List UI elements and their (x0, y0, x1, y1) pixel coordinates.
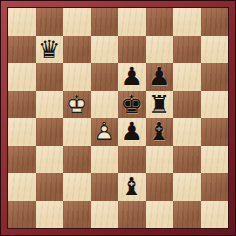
square-f3[interactable] (146, 146, 174, 174)
square-f7[interactable] (146, 36, 174, 64)
square-e4[interactable]: ♟ (118, 118, 146, 146)
square-c7[interactable] (63, 36, 91, 64)
square-c5[interactable]: ♚♔ (63, 91, 91, 119)
piece-black-bishop: ♝ (118, 173, 146, 201)
square-b3[interactable] (36, 146, 64, 174)
piece-outline: ♙ (91, 118, 119, 146)
square-a2[interactable] (8, 173, 36, 201)
piece-black-pawn: ♟ (118, 118, 146, 146)
square-b5[interactable] (36, 91, 64, 119)
piece-black-king: ♚ (118, 91, 146, 119)
square-c8[interactable] (63, 8, 91, 36)
square-g6[interactable] (173, 63, 201, 91)
square-a6[interactable] (8, 63, 36, 91)
square-g7[interactable] (173, 36, 201, 64)
square-d4[interactable]: ♟♙ (91, 118, 119, 146)
square-d1[interactable] (91, 201, 119, 229)
piece-white-pawn: ♟♙ (91, 118, 119, 146)
square-c2[interactable] (63, 173, 91, 201)
square-e5[interactable]: ♚ (118, 91, 146, 119)
square-g8[interactable] (173, 8, 201, 36)
square-h8[interactable] (201, 8, 229, 36)
square-a3[interactable] (8, 146, 36, 174)
square-f1[interactable] (146, 201, 174, 229)
square-b4[interactable] (36, 118, 64, 146)
chess-board: ♛♟♟♚♔♚♜♟♙♟♝♝ (7, 7, 229, 229)
square-b2[interactable] (36, 173, 64, 201)
square-h3[interactable] (201, 146, 229, 174)
square-h7[interactable] (201, 36, 229, 64)
square-b6[interactable] (36, 63, 64, 91)
square-a4[interactable] (8, 118, 36, 146)
square-g2[interactable] (173, 173, 201, 201)
square-d3[interactable] (91, 146, 119, 174)
square-h1[interactable] (201, 201, 229, 229)
square-e6[interactable]: ♟ (118, 63, 146, 91)
square-d8[interactable] (91, 8, 119, 36)
square-d7[interactable] (91, 36, 119, 64)
square-g1[interactable] (173, 201, 201, 229)
square-d2[interactable] (91, 173, 119, 201)
square-f2[interactable] (146, 173, 174, 201)
board-frame: ♛♟♟♚♔♚♜♟♙♟♝♝ (0, 0, 236, 236)
square-f5[interactable]: ♜ (146, 91, 174, 119)
square-e2[interactable]: ♝ (118, 173, 146, 201)
square-e8[interactable] (118, 8, 146, 36)
square-g5[interactable] (173, 91, 201, 119)
square-d5[interactable] (91, 91, 119, 119)
square-a7[interactable] (8, 36, 36, 64)
square-f6[interactable]: ♟ (146, 63, 174, 91)
square-a1[interactable] (8, 201, 36, 229)
square-c1[interactable] (63, 201, 91, 229)
square-h4[interactable] (201, 118, 229, 146)
square-a8[interactable] (8, 8, 36, 36)
square-b8[interactable] (36, 8, 64, 36)
piece-black-pawn: ♟ (146, 63, 174, 91)
square-d6[interactable] (91, 63, 119, 91)
square-h2[interactable] (201, 173, 229, 201)
square-e7[interactable] (118, 36, 146, 64)
square-g3[interactable] (173, 146, 201, 174)
square-f8[interactable] (146, 8, 174, 36)
piece-black-rook: ♜ (146, 91, 174, 119)
square-f4[interactable]: ♝ (146, 118, 174, 146)
square-b7[interactable]: ♛ (36, 36, 64, 64)
square-e3[interactable] (118, 146, 146, 174)
piece-black-queen: ♛ (36, 36, 64, 64)
square-h5[interactable] (201, 91, 229, 119)
piece-outline: ♔ (63, 91, 91, 119)
square-h6[interactable] (201, 63, 229, 91)
piece-black-pawn: ♟ (118, 63, 146, 91)
square-c3[interactable] (63, 146, 91, 174)
piece-black-bishop: ♝ (146, 118, 174, 146)
square-a5[interactable] (8, 91, 36, 119)
square-c6[interactable] (63, 63, 91, 91)
square-e1[interactable] (118, 201, 146, 229)
square-b1[interactable] (36, 201, 64, 229)
square-c4[interactable] (63, 118, 91, 146)
square-g4[interactable] (173, 118, 201, 146)
piece-white-king: ♚♔ (63, 91, 91, 119)
